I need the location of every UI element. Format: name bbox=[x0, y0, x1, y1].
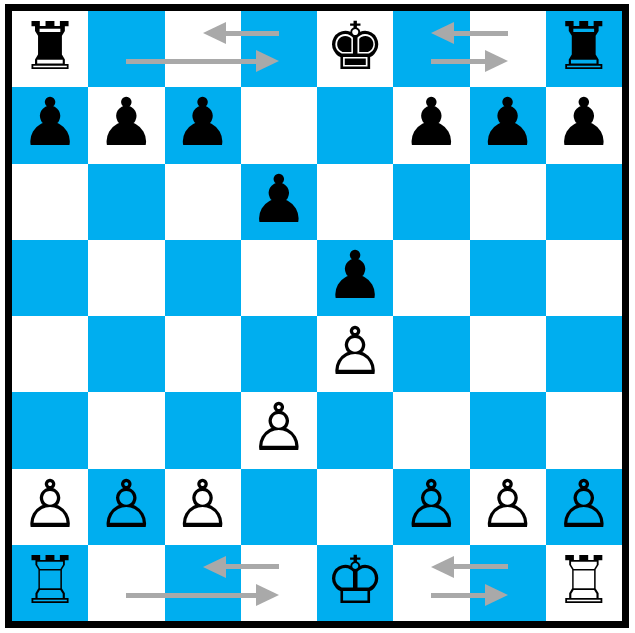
black-pawn[interactable]: ♟ bbox=[21, 90, 80, 156]
black-pawn[interactable]: ♟ bbox=[97, 90, 156, 156]
square-h6[interactable] bbox=[546, 164, 622, 240]
square-e5[interactable]: ♟ bbox=[317, 240, 393, 316]
square-b1[interactable] bbox=[88, 545, 164, 621]
square-h1[interactable]: ♖ bbox=[546, 545, 622, 621]
square-h3[interactable] bbox=[546, 392, 622, 468]
square-e2[interactable] bbox=[317, 469, 393, 545]
square-g8[interactable] bbox=[470, 11, 546, 87]
square-f7[interactable]: ♟ bbox=[393, 87, 469, 163]
square-d6[interactable]: ♟ bbox=[241, 164, 317, 240]
square-e4[interactable]: ♙ bbox=[317, 316, 393, 392]
square-g7[interactable]: ♟ bbox=[470, 87, 546, 163]
black-pawn[interactable]: ♟ bbox=[173, 90, 232, 156]
square-b3[interactable] bbox=[88, 392, 164, 468]
white-pawn[interactable]: ♙ bbox=[249, 395, 308, 461]
square-e6[interactable] bbox=[317, 164, 393, 240]
square-f5[interactable] bbox=[393, 240, 469, 316]
square-c4[interactable] bbox=[165, 316, 241, 392]
white-pawn[interactable]: ♙ bbox=[97, 472, 156, 538]
square-a1[interactable]: ♖ bbox=[12, 545, 88, 621]
black-rook[interactable]: ♜ bbox=[554, 14, 613, 80]
square-e3[interactable] bbox=[317, 392, 393, 468]
square-d8[interactable] bbox=[241, 11, 317, 87]
square-d4[interactable] bbox=[241, 316, 317, 392]
square-g6[interactable] bbox=[470, 164, 546, 240]
black-pawn[interactable]: ♟ bbox=[478, 90, 537, 156]
square-f6[interactable] bbox=[393, 164, 469, 240]
square-h5[interactable] bbox=[546, 240, 622, 316]
square-b2[interactable]: ♙ bbox=[88, 469, 164, 545]
white-pawn[interactable]: ♙ bbox=[326, 319, 385, 385]
square-h8[interactable]: ♜ bbox=[546, 11, 622, 87]
square-d1[interactable] bbox=[241, 545, 317, 621]
black-king[interactable]: ♚ bbox=[326, 14, 385, 80]
square-g3[interactable] bbox=[470, 392, 546, 468]
square-c5[interactable] bbox=[165, 240, 241, 316]
square-b8[interactable] bbox=[88, 11, 164, 87]
square-g2[interactable]: ♙ bbox=[470, 469, 546, 545]
square-b4[interactable] bbox=[88, 316, 164, 392]
white-pawn[interactable]: ♙ bbox=[478, 472, 537, 538]
white-rook[interactable]: ♖ bbox=[554, 548, 613, 614]
white-pawn[interactable]: ♙ bbox=[173, 472, 232, 538]
square-c7[interactable]: ♟ bbox=[165, 87, 241, 163]
square-e7[interactable] bbox=[317, 87, 393, 163]
square-d3[interactable]: ♙ bbox=[241, 392, 317, 468]
square-f3[interactable] bbox=[393, 392, 469, 468]
black-rook[interactable]: ♜ bbox=[21, 14, 80, 80]
square-a2[interactable]: ♙ bbox=[12, 469, 88, 545]
chess-board-frame: ♜♚♜♟♟♟♟♟♟♟♟♙♙♙♙♙♙♙♙♖♔♖ bbox=[5, 4, 629, 628]
square-c8[interactable] bbox=[165, 11, 241, 87]
square-a4[interactable] bbox=[12, 316, 88, 392]
white-pawn[interactable]: ♙ bbox=[402, 472, 461, 538]
square-h4[interactable] bbox=[546, 316, 622, 392]
white-pawn[interactable]: ♙ bbox=[554, 472, 613, 538]
chess-board: ♜♚♜♟♟♟♟♟♟♟♟♙♙♙♙♙♙♙♙♖♔♖ bbox=[12, 11, 622, 621]
square-a6[interactable] bbox=[12, 164, 88, 240]
square-d7[interactable] bbox=[241, 87, 317, 163]
square-f4[interactable] bbox=[393, 316, 469, 392]
square-b7[interactable]: ♟ bbox=[88, 87, 164, 163]
white-rook[interactable]: ♖ bbox=[21, 548, 80, 614]
black-pawn[interactable]: ♟ bbox=[554, 90, 613, 156]
black-pawn[interactable]: ♟ bbox=[249, 167, 308, 233]
black-pawn[interactable]: ♟ bbox=[402, 90, 461, 156]
square-b5[interactable] bbox=[88, 240, 164, 316]
square-f8[interactable] bbox=[393, 11, 469, 87]
square-a5[interactable] bbox=[12, 240, 88, 316]
square-g5[interactable] bbox=[470, 240, 546, 316]
square-a8[interactable]: ♜ bbox=[12, 11, 88, 87]
white-pawn[interactable]: ♙ bbox=[21, 472, 80, 538]
square-c3[interactable] bbox=[165, 392, 241, 468]
square-c2[interactable]: ♙ bbox=[165, 469, 241, 545]
square-g4[interactable] bbox=[470, 316, 546, 392]
square-f1[interactable] bbox=[393, 545, 469, 621]
white-king[interactable]: ♔ bbox=[326, 548, 385, 614]
square-b6[interactable] bbox=[88, 164, 164, 240]
square-h7[interactable]: ♟ bbox=[546, 87, 622, 163]
square-d5[interactable] bbox=[241, 240, 317, 316]
square-e8[interactable]: ♚ bbox=[317, 11, 393, 87]
square-a3[interactable] bbox=[12, 392, 88, 468]
square-e1[interactable]: ♔ bbox=[317, 545, 393, 621]
square-f2[interactable]: ♙ bbox=[393, 469, 469, 545]
square-g1[interactable] bbox=[470, 545, 546, 621]
square-h2[interactable]: ♙ bbox=[546, 469, 622, 545]
square-c1[interactable] bbox=[165, 545, 241, 621]
square-a7[interactable]: ♟ bbox=[12, 87, 88, 163]
square-d2[interactable] bbox=[241, 469, 317, 545]
square-c6[interactable] bbox=[165, 164, 241, 240]
black-pawn[interactable]: ♟ bbox=[326, 243, 385, 309]
